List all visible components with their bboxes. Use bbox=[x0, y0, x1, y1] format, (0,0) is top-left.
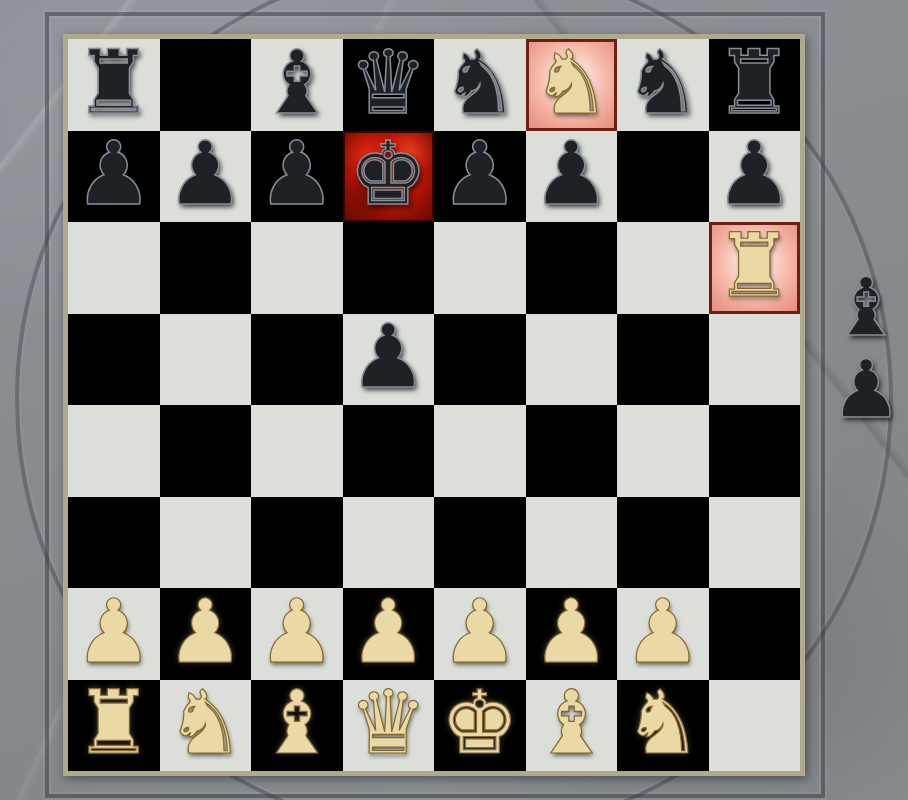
square-c4[interactable] bbox=[251, 405, 343, 497]
square-c5[interactable] bbox=[251, 314, 343, 406]
piece-black-queen[interactable]: ♛ bbox=[349, 39, 428, 127]
square-e3[interactable] bbox=[434, 497, 526, 589]
piece-black-pawn[interactable]: ♟ bbox=[440, 131, 519, 219]
square-f1[interactable]: ♝ bbox=[526, 680, 618, 772]
square-e5[interactable] bbox=[434, 314, 526, 406]
piece-black-pawn[interactable]: ♟ bbox=[532, 131, 611, 219]
piece-black-king[interactable]: ♚ bbox=[349, 131, 428, 219]
square-d4[interactable] bbox=[343, 405, 435, 497]
square-f7[interactable]: ♟ bbox=[526, 131, 618, 223]
square-f2[interactable]: ♟ bbox=[526, 588, 618, 680]
piece-white-pawn[interactable]: ♟ bbox=[623, 588, 702, 676]
piece-white-bishop[interactable]: ♝ bbox=[532, 680, 611, 768]
square-d3[interactable] bbox=[343, 497, 435, 589]
square-c3[interactable] bbox=[251, 497, 343, 589]
square-g7[interactable] bbox=[617, 131, 709, 223]
square-e6[interactable] bbox=[434, 222, 526, 314]
square-b5[interactable] bbox=[160, 314, 252, 406]
square-g5[interactable] bbox=[617, 314, 709, 406]
square-c2[interactable]: ♟ bbox=[251, 588, 343, 680]
piece-black-pawn[interactable]: ♟ bbox=[166, 131, 245, 219]
app-background: ♜♝♛♞♞♞♜♟♟♟♚♟♟♟♜♟♟♟♟♟♟♟♟♜♞♝♛♚♝♞ ♝♟ bbox=[0, 0, 908, 800]
square-d2[interactable]: ♟ bbox=[343, 588, 435, 680]
piece-black-rook[interactable]: ♜ bbox=[74, 39, 153, 127]
square-b1[interactable]: ♞ bbox=[160, 680, 252, 772]
piece-white-knight[interactable]: ♞ bbox=[532, 39, 611, 127]
piece-white-knight[interactable]: ♞ bbox=[623, 680, 702, 768]
square-h8[interactable]: ♜ bbox=[709, 39, 801, 131]
square-g3[interactable] bbox=[617, 497, 709, 589]
square-a7[interactable]: ♟ bbox=[68, 131, 160, 223]
piece-white-pawn[interactable]: ♟ bbox=[257, 588, 336, 676]
square-g2[interactable]: ♟ bbox=[617, 588, 709, 680]
square-b2[interactable]: ♟ bbox=[160, 588, 252, 680]
square-b6[interactable] bbox=[160, 222, 252, 314]
chess-board: ♜♝♛♞♞♞♜♟♟♟♚♟♟♟♜♟♟♟♟♟♟♟♟♜♞♝♛♚♝♞ bbox=[63, 34, 805, 776]
piece-white-rook[interactable]: ♜ bbox=[715, 222, 794, 310]
square-h5[interactable] bbox=[709, 314, 801, 406]
piece-black-pawn[interactable]: ♟ bbox=[349, 314, 428, 402]
square-b3[interactable] bbox=[160, 497, 252, 589]
square-g8[interactable]: ♞ bbox=[617, 39, 709, 131]
square-e2[interactable]: ♟ bbox=[434, 588, 526, 680]
board-grid: ♜♝♛♞♞♞♜♟♟♟♚♟♟♟♜♟♟♟♟♟♟♟♟♜♞♝♛♚♝♞ bbox=[68, 39, 800, 771]
square-g1[interactable]: ♞ bbox=[617, 680, 709, 772]
square-d5[interactable]: ♟ bbox=[343, 314, 435, 406]
piece-white-pawn[interactable]: ♟ bbox=[74, 588, 153, 676]
square-a1[interactable]: ♜ bbox=[68, 680, 160, 772]
square-a5[interactable] bbox=[68, 314, 160, 406]
square-e7[interactable]: ♟ bbox=[434, 131, 526, 223]
square-h4[interactable] bbox=[709, 405, 801, 497]
square-b7[interactable]: ♟ bbox=[160, 131, 252, 223]
square-e4[interactable] bbox=[434, 405, 526, 497]
square-f4[interactable] bbox=[526, 405, 618, 497]
square-d7[interactable]: ♚ bbox=[343, 131, 435, 223]
square-c1[interactable]: ♝ bbox=[251, 680, 343, 772]
piece-white-queen[interactable]: ♛ bbox=[349, 680, 428, 768]
piece-black-knight[interactable]: ♞ bbox=[623, 39, 702, 127]
square-f6[interactable] bbox=[526, 222, 618, 314]
square-e1[interactable]: ♚ bbox=[434, 680, 526, 772]
square-b4[interactable] bbox=[160, 405, 252, 497]
square-g4[interactable] bbox=[617, 405, 709, 497]
square-c6[interactable] bbox=[251, 222, 343, 314]
square-a8[interactable]: ♜ bbox=[68, 39, 160, 131]
square-a2[interactable]: ♟ bbox=[68, 588, 160, 680]
square-g6[interactable] bbox=[617, 222, 709, 314]
square-h2[interactable] bbox=[709, 588, 801, 680]
square-d8[interactable]: ♛ bbox=[343, 39, 435, 131]
square-f3[interactable] bbox=[526, 497, 618, 589]
piece-white-rook[interactable]: ♜ bbox=[74, 680, 153, 768]
piece-black-bishop[interactable]: ♝ bbox=[257, 39, 336, 127]
piece-black-pawn[interactable]: ♟ bbox=[715, 131, 794, 219]
piece-white-pawn[interactable]: ♟ bbox=[166, 588, 245, 676]
square-c7[interactable]: ♟ bbox=[251, 131, 343, 223]
piece-black-knight[interactable]: ♞ bbox=[440, 39, 519, 127]
square-h3[interactable] bbox=[709, 497, 801, 589]
piece-black-rook[interactable]: ♜ bbox=[715, 39, 794, 127]
square-a4[interactable] bbox=[68, 405, 160, 497]
square-c8[interactable]: ♝ bbox=[251, 39, 343, 131]
square-h1[interactable] bbox=[709, 680, 801, 772]
square-d6[interactable] bbox=[343, 222, 435, 314]
piece-white-pawn[interactable]: ♟ bbox=[532, 588, 611, 676]
piece-white-pawn[interactable]: ♟ bbox=[440, 588, 519, 676]
captured-black-bishop: ♝ bbox=[830, 268, 902, 348]
square-a3[interactable] bbox=[68, 497, 160, 589]
square-d1[interactable]: ♛ bbox=[343, 680, 435, 772]
piece-white-pawn[interactable]: ♟ bbox=[349, 588, 428, 676]
piece-black-pawn[interactable]: ♟ bbox=[257, 131, 336, 219]
square-h6[interactable]: ♜ bbox=[709, 222, 801, 314]
piece-black-pawn[interactable]: ♟ bbox=[74, 131, 153, 219]
captured-pieces-tray: ♝♟ bbox=[824, 268, 908, 430]
square-f8[interactable]: ♞ bbox=[526, 39, 618, 131]
square-f5[interactable] bbox=[526, 314, 618, 406]
square-a6[interactable] bbox=[68, 222, 160, 314]
square-h7[interactable]: ♟ bbox=[709, 131, 801, 223]
captured-black-pawn: ♟ bbox=[830, 350, 902, 430]
square-b8[interactable] bbox=[160, 39, 252, 131]
piece-white-knight[interactable]: ♞ bbox=[166, 680, 245, 768]
piece-white-king[interactable]: ♚ bbox=[440, 680, 519, 768]
square-e8[interactable]: ♞ bbox=[434, 39, 526, 131]
piece-white-bishop[interactable]: ♝ bbox=[257, 680, 336, 768]
